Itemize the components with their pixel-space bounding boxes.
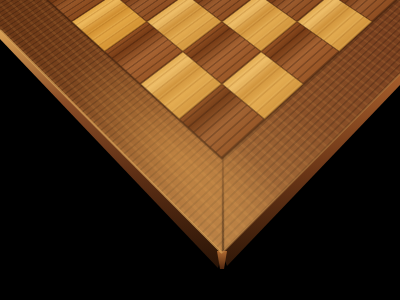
chess-board bbox=[0, 0, 400, 253]
board-grid bbox=[0, 0, 400, 158]
chessboard-photo bbox=[0, 0, 400, 300]
frame-miter-joint bbox=[222, 157, 224, 253]
corner-edge-bevel bbox=[217, 251, 227, 269]
